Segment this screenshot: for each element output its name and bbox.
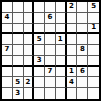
sudoku-cell-r9c4[interactable] — [34, 88, 45, 99]
sudoku-cell-r7c2[interactable] — [13, 67, 24, 78]
sudoku-cell-r4c1[interactable] — [2, 34, 13, 45]
sudoku-cell-r3c4[interactable] — [34, 24, 45, 35]
sudoku-given-r4c4: 5 — [34, 34, 45, 45]
sudoku-cell-r6c8[interactable] — [77, 56, 88, 67]
sudoku-cell-r3c2[interactable] — [13, 24, 24, 35]
sudoku-cell-r4c3[interactable] — [24, 34, 35, 45]
sudoku-given-r5c1: 7 — [2, 45, 13, 56]
sudoku-cell-r5c9[interactable] — [88, 45, 99, 56]
sudoku-cell-r9c3[interactable] — [24, 88, 35, 99]
sudoku-given-r7c7: 1 — [67, 67, 78, 78]
sudoku-board: 25461517837165243 — [0, 0, 101, 101]
sudoku-given-r9c2: 3 — [13, 88, 24, 99]
sudoku-cell-r1c3[interactable] — [24, 2, 35, 13]
sudoku-given-r7c5: 7 — [45, 67, 56, 78]
sudoku-cell-r7c3[interactable] — [24, 67, 35, 78]
sudoku-cell-r7c6[interactable] — [56, 67, 67, 78]
sudoku-cell-r9c6[interactable] — [56, 88, 67, 99]
sudoku-cell-r4c9[interactable] — [88, 34, 99, 45]
sudoku-cell-r6c5[interactable] — [45, 56, 56, 67]
sudoku-cell-r5c5[interactable] — [45, 45, 56, 56]
sudoku-cell-r6c7[interactable] — [67, 56, 78, 67]
sudoku-cell-r8c9[interactable] — [88, 77, 99, 88]
sudoku-cell-r2c7[interactable] — [67, 13, 78, 24]
sudoku-cell-r5c4[interactable] — [34, 45, 45, 56]
sudoku-cell-r4c8[interactable] — [77, 34, 88, 45]
sudoku-cell-r9c8[interactable] — [77, 88, 88, 99]
sudoku-given-r8c7: 4 — [67, 77, 78, 88]
sudoku-cell-r6c3[interactable] — [24, 56, 35, 67]
sudoku-cell-r5c2[interactable] — [13, 45, 24, 56]
sudoku-puzzle: 25461517837165243 — [0, 0, 101, 101]
sudoku-given-r8c3: 2 — [24, 77, 35, 88]
sudoku-given-r8c2: 5 — [13, 77, 24, 88]
sudoku-cell-r3c7[interactable] — [67, 24, 78, 35]
sudoku-cell-r1c6[interactable] — [56, 2, 67, 13]
sudoku-cell-r8c6[interactable] — [56, 77, 67, 88]
sudoku-cell-r4c5[interactable] — [45, 34, 56, 45]
sudoku-cell-r2c3[interactable] — [24, 13, 35, 24]
sudoku-cell-r9c7[interactable] — [67, 88, 78, 99]
sudoku-cell-r1c5[interactable] — [45, 2, 56, 13]
sudoku-cell-r6c9[interactable] — [88, 56, 99, 67]
sudoku-cell-r1c8[interactable] — [77, 2, 88, 13]
sudoku-cell-r8c8[interactable] — [77, 77, 88, 88]
sudoku-cell-r6c1[interactable] — [2, 56, 13, 67]
sudoku-given-r7c8: 6 — [77, 67, 88, 78]
sudoku-cell-r3c3[interactable] — [24, 24, 35, 35]
sudoku-cell-r3c1[interactable] — [2, 24, 13, 35]
sudoku-cell-r7c1[interactable] — [2, 67, 13, 78]
sudoku-cell-r9c5[interactable] — [45, 88, 56, 99]
sudoku-given-r6c4: 3 — [34, 56, 45, 67]
sudoku-cell-r1c2[interactable] — [13, 2, 24, 13]
sudoku-given-r2c1: 4 — [2, 13, 13, 24]
sudoku-cell-r6c2[interactable] — [13, 56, 24, 67]
sudoku-cell-r4c2[interactable] — [13, 34, 24, 45]
sudoku-given-r1c7: 2 — [67, 2, 78, 13]
sudoku-cell-r5c3[interactable] — [24, 45, 35, 56]
sudoku-cell-r1c4[interactable] — [34, 2, 45, 13]
sudoku-cell-r9c9[interactable] — [88, 88, 99, 99]
sudoku-cell-r5c7[interactable] — [67, 45, 78, 56]
sudoku-cell-r2c9[interactable] — [88, 13, 99, 24]
sudoku-cell-r8c1[interactable] — [2, 77, 13, 88]
sudoku-given-r1c9: 5 — [88, 2, 99, 13]
sudoku-cell-r3c8[interactable] — [77, 24, 88, 35]
sudoku-cell-r1c1[interactable] — [2, 2, 13, 13]
sudoku-given-r3c9: 1 — [88, 24, 99, 35]
sudoku-cell-r3c6[interactable] — [56, 24, 67, 35]
sudoku-given-r5c8: 8 — [77, 45, 88, 56]
sudoku-cell-r8c5[interactable] — [45, 77, 56, 88]
sudoku-cell-r6c6[interactable] — [56, 56, 67, 67]
sudoku-given-r2c5: 6 — [45, 13, 56, 24]
sudoku-cell-r2c6[interactable] — [56, 13, 67, 24]
sudoku-cell-r2c8[interactable] — [77, 13, 88, 24]
sudoku-cell-r7c4[interactable] — [34, 67, 45, 78]
sudoku-cell-r9c1[interactable] — [2, 88, 13, 99]
sudoku-given-r4c6: 1 — [56, 34, 67, 45]
sudoku-cell-r2c2[interactable] — [13, 13, 24, 24]
sudoku-cell-r7c9[interactable] — [88, 67, 99, 78]
sudoku-cell-r8c4[interactable] — [34, 77, 45, 88]
sudoku-cell-r3c5[interactable] — [45, 24, 56, 35]
sudoku-cell-r2c4[interactable] — [34, 13, 45, 24]
sudoku-cell-r5c6[interactable] — [56, 45, 67, 56]
sudoku-cell-r4c7[interactable] — [67, 34, 78, 45]
